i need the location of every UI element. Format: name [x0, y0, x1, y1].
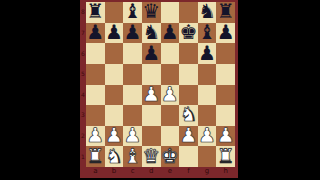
square-g8[interactable]: ♞ — [198, 2, 217, 23]
file-label-g: g — [198, 167, 217, 176]
file-label-d: d — [142, 167, 161, 176]
file-label-c: c — [123, 167, 142, 176]
file-label-f: f — [179, 167, 198, 176]
square-d8[interactable]: ♛ — [142, 2, 161, 23]
square-g1[interactable] — [198, 146, 217, 167]
square-d6[interactable]: ♟ — [142, 43, 161, 64]
white-pawn[interactable]: ♟ — [217, 126, 235, 145]
square-h1[interactable]: ♜ — [216, 146, 235, 167]
white-pawn[interactable]: ♟ — [86, 126, 104, 145]
file-label-b: b — [105, 167, 124, 176]
square-h5[interactable] — [216, 64, 235, 85]
square-e8[interactable] — [161, 2, 180, 23]
file-label-a: a — [86, 167, 105, 176]
square-a8[interactable]: ♜ — [86, 2, 105, 23]
square-f2[interactable]: ♟ — [179, 126, 198, 147]
square-e5[interactable] — [161, 64, 180, 85]
square-b7[interactable]: ♟ — [105, 23, 124, 44]
square-b3[interactable] — [105, 105, 124, 126]
square-e2[interactable] — [161, 126, 180, 147]
square-h4[interactable] — [216, 85, 235, 106]
file-label-e: e — [161, 167, 180, 176]
black-pawn[interactable]: ♟ — [105, 23, 123, 42]
square-c8[interactable]: ♝ — [123, 2, 142, 23]
square-b1[interactable]: ♞ — [105, 146, 124, 167]
black-pawn[interactable]: ♟ — [142, 43, 160, 62]
black-pawn[interactable]: ♟ — [124, 23, 142, 42]
black-king[interactable]: ♚ — [179, 23, 197, 42]
black-rook[interactable]: ♜ — [86, 2, 104, 21]
square-c6[interactable] — [123, 43, 142, 64]
black-pawn[interactable]: ♟ — [86, 23, 104, 42]
white-king[interactable]: ♚ — [161, 146, 179, 165]
square-c3[interactable] — [123, 105, 142, 126]
square-c5[interactable] — [123, 64, 142, 85]
black-bishop[interactable]: ♝ — [124, 2, 142, 21]
square-d5[interactable] — [142, 64, 161, 85]
file-label-h: h — [216, 167, 235, 176]
square-b2[interactable]: ♟ — [105, 126, 124, 147]
square-b4[interactable] — [105, 85, 124, 106]
square-a1[interactable]: ♜ — [86, 146, 105, 167]
square-a3[interactable] — [86, 105, 105, 126]
square-f7[interactable]: ♚ — [179, 23, 198, 44]
black-bishop[interactable]: ♝ — [198, 23, 216, 42]
black-knight[interactable]: ♞ — [198, 2, 216, 21]
square-f5[interactable] — [179, 64, 198, 85]
white-pawn[interactable]: ♟ — [198, 126, 216, 145]
square-e7[interactable]: ♟ — [161, 23, 180, 44]
chess-board: ♜♝♛♞♜♟♟♟♞♟♚♝♟♟♟♟♟♞♟♟♟♟♟♟♜♞♝♛♚♜ — [86, 2, 235, 167]
square-c2[interactable]: ♟ — [123, 126, 142, 147]
square-e1[interactable]: ♚ — [161, 146, 180, 167]
square-h8[interactable]: ♜ — [216, 2, 235, 23]
square-b6[interactable] — [105, 43, 124, 64]
square-g6[interactable]: ♟ — [198, 43, 217, 64]
square-c4[interactable] — [123, 85, 142, 106]
black-knight[interactable]: ♞ — [142, 23, 160, 42]
square-c1[interactable]: ♝ — [123, 146, 142, 167]
white-pawn[interactable]: ♟ — [179, 126, 197, 145]
square-h7[interactable]: ♟ — [216, 23, 235, 44]
square-f6[interactable] — [179, 43, 198, 64]
square-f4[interactable] — [179, 85, 198, 106]
square-h6[interactable] — [216, 43, 235, 64]
white-pawn[interactable]: ♟ — [124, 126, 142, 145]
square-d2[interactable] — [142, 126, 161, 147]
square-d7[interactable]: ♞ — [142, 23, 161, 44]
square-a5[interactable] — [86, 64, 105, 85]
black-pawn[interactable]: ♟ — [161, 23, 179, 42]
square-f1[interactable] — [179, 146, 198, 167]
square-b8[interactable] — [105, 2, 124, 23]
white-pawn[interactable]: ♟ — [161, 85, 179, 104]
square-d1[interactable]: ♛ — [142, 146, 161, 167]
white-queen[interactable]: ♛ — [142, 146, 160, 165]
square-h3[interactable] — [216, 105, 235, 126]
square-a7[interactable]: ♟ — [86, 23, 105, 44]
square-a2[interactable]: ♟ — [86, 126, 105, 147]
square-d3[interactable] — [142, 105, 161, 126]
white-pawn[interactable]: ♟ — [105, 126, 123, 145]
white-bishop[interactable]: ♝ — [124, 146, 142, 165]
black-pawn[interactable]: ♟ — [217, 23, 235, 42]
white-knight[interactable]: ♞ — [105, 146, 123, 165]
black-queen[interactable]: ♛ — [142, 2, 160, 21]
square-g3[interactable] — [198, 105, 217, 126]
square-b5[interactable] — [105, 64, 124, 85]
square-a4[interactable] — [86, 85, 105, 106]
black-pawn[interactable]: ♟ — [198, 43, 216, 62]
square-h2[interactable]: ♟ — [216, 126, 235, 147]
square-d4[interactable]: ♟ — [142, 85, 161, 106]
square-g2[interactable]: ♟ — [198, 126, 217, 147]
square-g5[interactable] — [198, 64, 217, 85]
square-e4[interactable]: ♟ — [161, 85, 180, 106]
square-f3[interactable]: ♞ — [179, 105, 198, 126]
square-g4[interactable] — [198, 85, 217, 106]
black-rook[interactable]: ♜ — [217, 2, 235, 21]
square-c7[interactable]: ♟ — [123, 23, 142, 44]
screenshot-canvas: 87654321 ♜♝♛♞♜♟♟♟♞♟♚♝♟♟♟♟♟♞♟♟♟♟♟♟♜♞♝♛♚♜ … — [0, 0, 320, 180]
square-f8[interactable] — [179, 2, 198, 23]
square-g7[interactable]: ♝ — [198, 23, 217, 44]
file-labels: abcdefgh — [86, 167, 235, 176]
chess-board-frame: 87654321 ♜♝♛♞♜♟♟♟♞♟♚♝♟♟♟♟♟♞♟♟♟♟♟♟♜♞♝♛♚♜ … — [80, 0, 238, 178]
white-knight[interactable]: ♞ — [179, 105, 197, 124]
white-pawn[interactable]: ♟ — [142, 85, 160, 104]
white-rook[interactable]: ♜ — [217, 146, 235, 165]
white-rook[interactable]: ♜ — [86, 146, 104, 165]
square-e6[interactable] — [161, 43, 180, 64]
square-a6[interactable] — [86, 43, 105, 64]
square-e3[interactable] — [161, 105, 180, 126]
